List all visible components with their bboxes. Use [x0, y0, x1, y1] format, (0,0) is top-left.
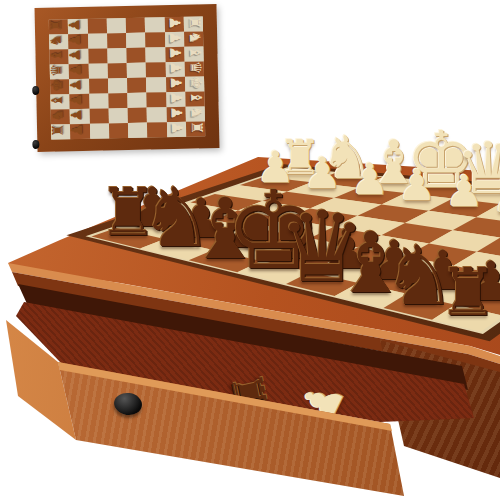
inset-chess-piece-dark-p: ♟ [68, 19, 83, 33]
inset-board-square [88, 33, 108, 48]
inset-chess-piece-dark-p: ♟ [69, 93, 84, 107]
inset-board-square [128, 123, 148, 138]
inset-chess-piece-light-p: ♟ [168, 76, 183, 90]
inset-board-square [127, 93, 147, 108]
inset-chess-piece-light-q: ♛ [187, 61, 202, 75]
inset-board-square [127, 78, 147, 93]
inset-chess-piece-light-p: ♟ [168, 91, 183, 105]
inset-board-square [147, 122, 167, 137]
inset-chess-piece-light-p: ♟ [167, 31, 182, 45]
inset-chess-piece-dark-p: ♟ [69, 63, 84, 77]
inset-chess-piece-dark-n: ♞ [50, 109, 65, 123]
inset-chess-piece-dark-p: ♟ [68, 48, 83, 62]
inset-board: ♜♟♟♜♞♟♟♞♝♟♟♝♛♟♟♛♚♟♟♚♝♟♟♝♞♟♟♞♜♟♟♜ [35, 4, 220, 152]
inset-board-surface: ♜♟♟♜♞♟♟♞♝♟♟♝♛♟♟♛♚♟♟♚♝♟♟♝♞♟♟♞♜♟♟♜ [49, 16, 205, 139]
inset-board-square [128, 108, 148, 123]
inset-chess-piece-light-p: ♟ [169, 106, 184, 120]
inset-chess-piece-dark-p: ♟ [69, 78, 84, 92]
inset-chess-piece-light-r: ♜ [186, 16, 201, 30]
inset-board-square [108, 78, 128, 93]
inset-chess-piece-light-b: ♝ [187, 46, 202, 60]
inset-chess-piece-dark-p: ♟ [70, 123, 85, 137]
inset-board-square [87, 18, 107, 33]
inset-board-square [147, 92, 167, 107]
inset-board-square [108, 108, 128, 123]
inset-board-square [88, 63, 108, 78]
inset-chess-piece-light-r: ♜ [188, 121, 203, 135]
inset-board-square [146, 77, 166, 92]
inset-board-square [126, 33, 146, 48]
inset-board-square [88, 48, 108, 63]
inset-chess-piece-dark-q: ♛ [49, 64, 64, 78]
inset-chess-piece-light-n: ♞ [188, 106, 203, 120]
chess-piece-black-r: ♜ [438, 260, 497, 326]
chess-piece-white-p: ♟ [398, 164, 437, 207]
inset-chess-piece-light-p: ♟ [168, 61, 183, 75]
chess-piece-white-p: ♟ [445, 170, 484, 213]
inset-board-square [108, 93, 128, 108]
inset-board-square [89, 93, 109, 108]
inset-chess-piece-light-k: ♚ [187, 76, 202, 90]
inset-board-square [106, 18, 126, 33]
inset-chess-piece-dark-r: ♜ [51, 124, 66, 138]
inset-board-square [89, 123, 109, 138]
inset-board-square [89, 78, 109, 93]
hinge-pin-icon [32, 86, 39, 95]
inset-board-square [145, 17, 165, 32]
inset-chess-piece-dark-p: ♟ [70, 108, 85, 122]
inset-chess-piece-light-p: ♟ [167, 16, 182, 30]
inset-chess-piece-dark-r: ♜ [48, 19, 63, 33]
inset-board-square [126, 48, 146, 63]
inset-chess-piece-dark-p: ♟ [68, 33, 83, 47]
inset-board-square [127, 63, 147, 78]
inset-chess-piece-light-n: ♞ [186, 31, 201, 45]
inset-chess-piece-dark-n: ♞ [49, 34, 64, 48]
inset-chess-piece-light-b: ♝ [188, 91, 203, 105]
inset-board-square [147, 107, 167, 122]
inset-chess-piece-dark-b: ♝ [49, 49, 64, 63]
inset-board-square [89, 108, 109, 123]
inset-board-square [126, 18, 146, 33]
inset-chess-piece-light-p: ♟ [169, 121, 184, 135]
inset-board-square [146, 47, 166, 62]
chess-piece-white-p: ♟ [492, 176, 500, 219]
inset-chess-piece-light-p: ♟ [168, 46, 183, 60]
inset-board-square [145, 32, 165, 47]
inset-board-square [109, 123, 129, 138]
inset-board-square [146, 62, 166, 77]
inset-board-square [107, 63, 127, 78]
inset-board-square [107, 33, 127, 48]
inset-chess-piece-dark-b: ♝ [50, 94, 65, 108]
inset-board-square [107, 48, 127, 63]
product-photo: ♜♟♜♞♝♚♛♝♞♜♟♟♟♟♟♟♟♟♟♟♟♟♟♟♟♟♜♞♝♚♛♝♞♜ ♜♟♟♜♞… [0, 0, 500, 500]
inset-chess-piece-dark-k: ♚ [50, 79, 65, 93]
hinge-pin-icon [32, 140, 39, 149]
